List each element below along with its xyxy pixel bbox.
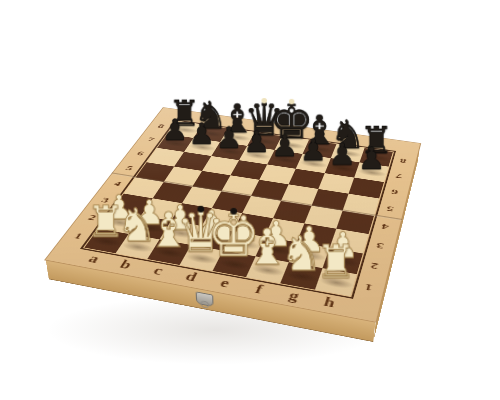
white-king-finial bbox=[230, 208, 237, 215]
chess-set-photo: abcdefgh 87654321 87654321 ♜♞♝♛♚♝♞♜♟♟♟♟♟… bbox=[0, 0, 500, 400]
latch-icon bbox=[196, 291, 214, 307]
chessboard: abcdefgh 87654321 87654321 ♜♞♝♛♚♝♞♜♟♟♟♟♟… bbox=[44, 107, 421, 323]
black-king-finial bbox=[289, 99, 294, 104]
piece-white-rook-h1[interactable]: ♜ bbox=[290, 238, 382, 284]
